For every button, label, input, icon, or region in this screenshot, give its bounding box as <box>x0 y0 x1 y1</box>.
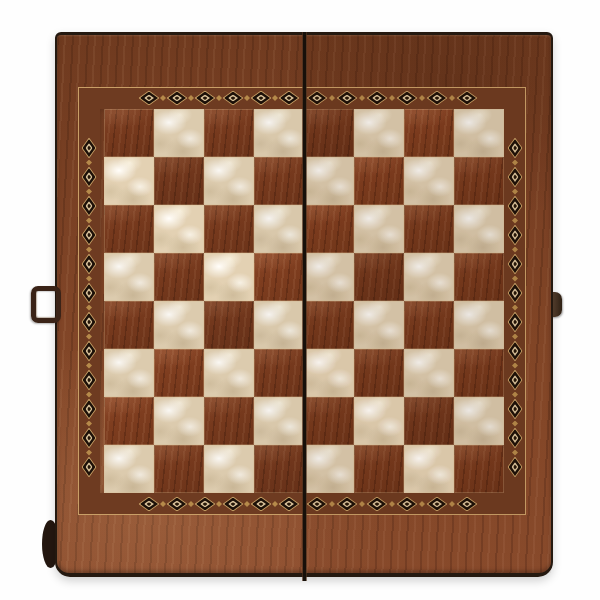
square-r2c3 <box>204 157 254 205</box>
square-r3c3 <box>204 205 254 253</box>
square-r6c8 <box>454 349 504 397</box>
diamond-inlay <box>82 283 97 304</box>
diamond-inlay <box>251 91 272 106</box>
diamond-inlay <box>367 91 388 106</box>
diamond-inlay <box>82 225 97 246</box>
diamond-inlay <box>508 254 523 275</box>
square-r8c5 <box>304 445 354 493</box>
square-r6c2 <box>154 349 204 397</box>
square-r4c8 <box>454 253 504 301</box>
square-r8c8 <box>454 445 504 493</box>
diamond-inlay <box>223 91 244 106</box>
square-r6c7 <box>404 349 454 397</box>
diamond-inlay <box>139 91 160 106</box>
square-r8c2 <box>154 445 204 493</box>
square-r4c5 <box>304 253 354 301</box>
diamond-inlay <box>279 497 300 512</box>
square-r3c5 <box>304 205 354 253</box>
square-r3c7 <box>404 205 454 253</box>
square-r3c8 <box>454 205 504 253</box>
diamond-inlay <box>508 283 523 304</box>
square-r6c4 <box>254 349 304 397</box>
square-r6c1 <box>104 349 154 397</box>
square-r8c7 <box>404 445 454 493</box>
diamond-inlay <box>82 370 97 391</box>
diamond-inlay <box>397 91 418 106</box>
square-r5c3 <box>204 301 254 349</box>
square-r2c1 <box>104 157 154 205</box>
diamond-inlay <box>82 399 97 420</box>
square-r4c1 <box>104 253 154 301</box>
square-r4c4 <box>254 253 304 301</box>
diamond-inlay <box>508 138 523 159</box>
diamond-inlay <box>82 312 97 333</box>
square-r4c3 <box>204 253 254 301</box>
square-r2c6 <box>354 157 404 205</box>
diamond-inlay <box>82 138 97 159</box>
diamond-inlay <box>195 497 216 512</box>
square-r5c1 <box>104 301 154 349</box>
square-r1c2 <box>154 109 204 157</box>
diamond-inlay <box>82 196 97 217</box>
diamond-inlay <box>337 91 358 106</box>
diamond-inlay <box>427 91 448 106</box>
diamond-inlay <box>508 196 523 217</box>
square-r5c2 <box>154 301 204 349</box>
diamond-inlay <box>139 497 160 512</box>
square-r8c1 <box>104 445 154 493</box>
diamond-inlay <box>82 341 97 362</box>
square-r3c4 <box>254 205 304 253</box>
square-r5c4 <box>254 301 304 349</box>
square-r2c2 <box>154 157 204 205</box>
square-r3c6 <box>354 205 404 253</box>
square-r1c8 <box>454 109 504 157</box>
square-r1c7 <box>404 109 454 157</box>
square-r7c8 <box>454 397 504 445</box>
diamond-inlay <box>279 91 300 106</box>
square-r6c3 <box>204 349 254 397</box>
diamond-inlay <box>82 457 97 478</box>
diamond-inlay <box>508 167 523 188</box>
square-r7c4 <box>254 397 304 445</box>
diamond-inlay <box>508 428 523 449</box>
square-r5c8 <box>454 301 504 349</box>
diamond-inlay <box>508 399 523 420</box>
square-r7c5 <box>304 397 354 445</box>
square-r7c1 <box>104 397 154 445</box>
diamond-inlay <box>508 225 523 246</box>
diamond-inlay <box>167 497 188 512</box>
square-r1c3 <box>204 109 254 157</box>
square-r7c2 <box>154 397 204 445</box>
square-r7c6 <box>354 397 404 445</box>
diamond-inlay <box>367 497 388 512</box>
diamond-inlay <box>397 497 418 512</box>
photo-background <box>0 0 600 600</box>
diamond-inlay <box>508 312 523 333</box>
diamond-inlay <box>337 497 358 512</box>
square-r3c2 <box>154 205 204 253</box>
diamond-inlay <box>251 497 272 512</box>
diamond-inlay <box>508 341 523 362</box>
square-r6c6 <box>354 349 404 397</box>
diamond-inlay <box>508 457 523 478</box>
diamond-inlay <box>82 254 97 275</box>
square-r6c5 <box>304 349 354 397</box>
square-r5c7 <box>404 301 454 349</box>
square-r7c7 <box>404 397 454 445</box>
left-clasp-latch <box>31 286 61 323</box>
square-r8c3 <box>204 445 254 493</box>
diamond-inlay <box>82 428 97 449</box>
square-r1c1 <box>104 109 154 157</box>
square-r1c5 <box>304 109 354 157</box>
diamond-inlay <box>427 497 448 512</box>
square-r2c5 <box>304 157 354 205</box>
square-r8c6 <box>354 445 404 493</box>
square-r7c3 <box>204 397 254 445</box>
diamond-inlay <box>457 91 478 106</box>
square-r5c6 <box>354 301 404 349</box>
square-r2c8 <box>454 157 504 205</box>
square-r8c4 <box>254 445 304 493</box>
square-r4c6 <box>354 253 404 301</box>
chess-board-case <box>55 32 553 577</box>
diamond-inlay <box>457 497 478 512</box>
diamond-inlay <box>508 370 523 391</box>
square-r1c6 <box>354 109 404 157</box>
square-r5c5 <box>304 301 354 349</box>
diamond-inlay <box>167 91 188 106</box>
diamond-inlay <box>307 497 328 512</box>
diamond-inlay <box>223 497 244 512</box>
square-r2c7 <box>404 157 454 205</box>
square-r4c7 <box>404 253 454 301</box>
diamond-inlay <box>307 91 328 106</box>
diamond-inlay <box>195 91 216 106</box>
square-r1c4 <box>254 109 304 157</box>
fold-seam <box>302 32 307 581</box>
square-r4c2 <box>154 253 204 301</box>
square-r3c1 <box>104 205 154 253</box>
square-r2c4 <box>254 157 304 205</box>
diamond-inlay <box>82 167 97 188</box>
